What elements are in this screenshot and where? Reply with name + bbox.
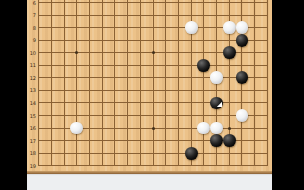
stone-black bbox=[223, 46, 236, 59]
stone-white bbox=[210, 71, 223, 84]
app-viewport: 678910111213141516171819 bbox=[27, 0, 272, 190]
grid-hline bbox=[38, 15, 268, 16]
grid-hline bbox=[38, 115, 268, 116]
grid-hline bbox=[38, 153, 268, 154]
star-point bbox=[152, 127, 155, 130]
row-label: 7 bbox=[27, 12, 36, 18]
grid-vline bbox=[203, 0, 204, 166]
grid-hline bbox=[38, 40, 268, 41]
grid-hline bbox=[38, 77, 268, 78]
grid-vline bbox=[102, 0, 103, 166]
grid-hline bbox=[38, 65, 268, 66]
bottom-bar bbox=[27, 174, 272, 190]
board-bottom-edge bbox=[27, 171, 272, 175]
grid-vline bbox=[89, 0, 90, 166]
video-frame: 678910111213141516171819 bbox=[0, 0, 304, 190]
star-point bbox=[152, 51, 155, 54]
stone-white bbox=[236, 21, 249, 34]
row-label: 12 bbox=[27, 75, 36, 81]
star-point bbox=[75, 51, 78, 54]
row-label: 18 bbox=[27, 150, 36, 156]
grid-hline bbox=[38, 2, 268, 3]
stone-black bbox=[223, 134, 236, 147]
grid-vline bbox=[51, 0, 52, 166]
grid-hline bbox=[38, 102, 268, 103]
row-label: 19 bbox=[27, 163, 36, 169]
row-label: 8 bbox=[27, 25, 36, 31]
grid-vline bbox=[178, 0, 179, 166]
stone-white bbox=[236, 109, 249, 122]
go-board[interactable]: 678910111213141516171819 bbox=[27, 0, 272, 174]
row-label: 13 bbox=[27, 87, 36, 93]
grid-hline bbox=[38, 90, 268, 91]
last-move-marker-icon bbox=[216, 101, 222, 107]
stone-black bbox=[236, 71, 249, 84]
grid-vline bbox=[165, 0, 166, 166]
letterbox-left bbox=[0, 0, 27, 190]
grid-vline bbox=[153, 0, 154, 166]
row-label: 17 bbox=[27, 138, 36, 144]
stone-white bbox=[70, 122, 83, 135]
grid-vline bbox=[267, 0, 268, 166]
stone-black bbox=[185, 147, 198, 160]
row-label: 10 bbox=[27, 50, 36, 56]
stone-black bbox=[210, 134, 223, 147]
stone-black bbox=[197, 59, 210, 72]
grid-vline bbox=[254, 0, 255, 166]
grid-vline bbox=[38, 0, 39, 166]
stone-white bbox=[223, 21, 236, 34]
row-label: 16 bbox=[27, 125, 36, 131]
grid-vline bbox=[76, 0, 77, 166]
row-label: 15 bbox=[27, 113, 36, 119]
grid-vline bbox=[127, 0, 128, 166]
row-label: 11 bbox=[27, 62, 36, 68]
stone-white bbox=[210, 122, 223, 135]
grid-vline bbox=[64, 0, 65, 166]
letterbox-right bbox=[272, 0, 304, 190]
row-label: 14 bbox=[27, 100, 36, 106]
grid-vline bbox=[140, 0, 141, 166]
grid-hline bbox=[38, 165, 268, 166]
star-point bbox=[228, 127, 231, 130]
grid-vline bbox=[114, 0, 115, 166]
stone-black bbox=[236, 34, 249, 47]
row-label: 9 bbox=[27, 37, 36, 43]
stone-white bbox=[197, 122, 210, 135]
row-label: 6 bbox=[27, 0, 36, 6]
stone-white bbox=[185, 21, 198, 34]
stone-black bbox=[210, 97, 223, 110]
